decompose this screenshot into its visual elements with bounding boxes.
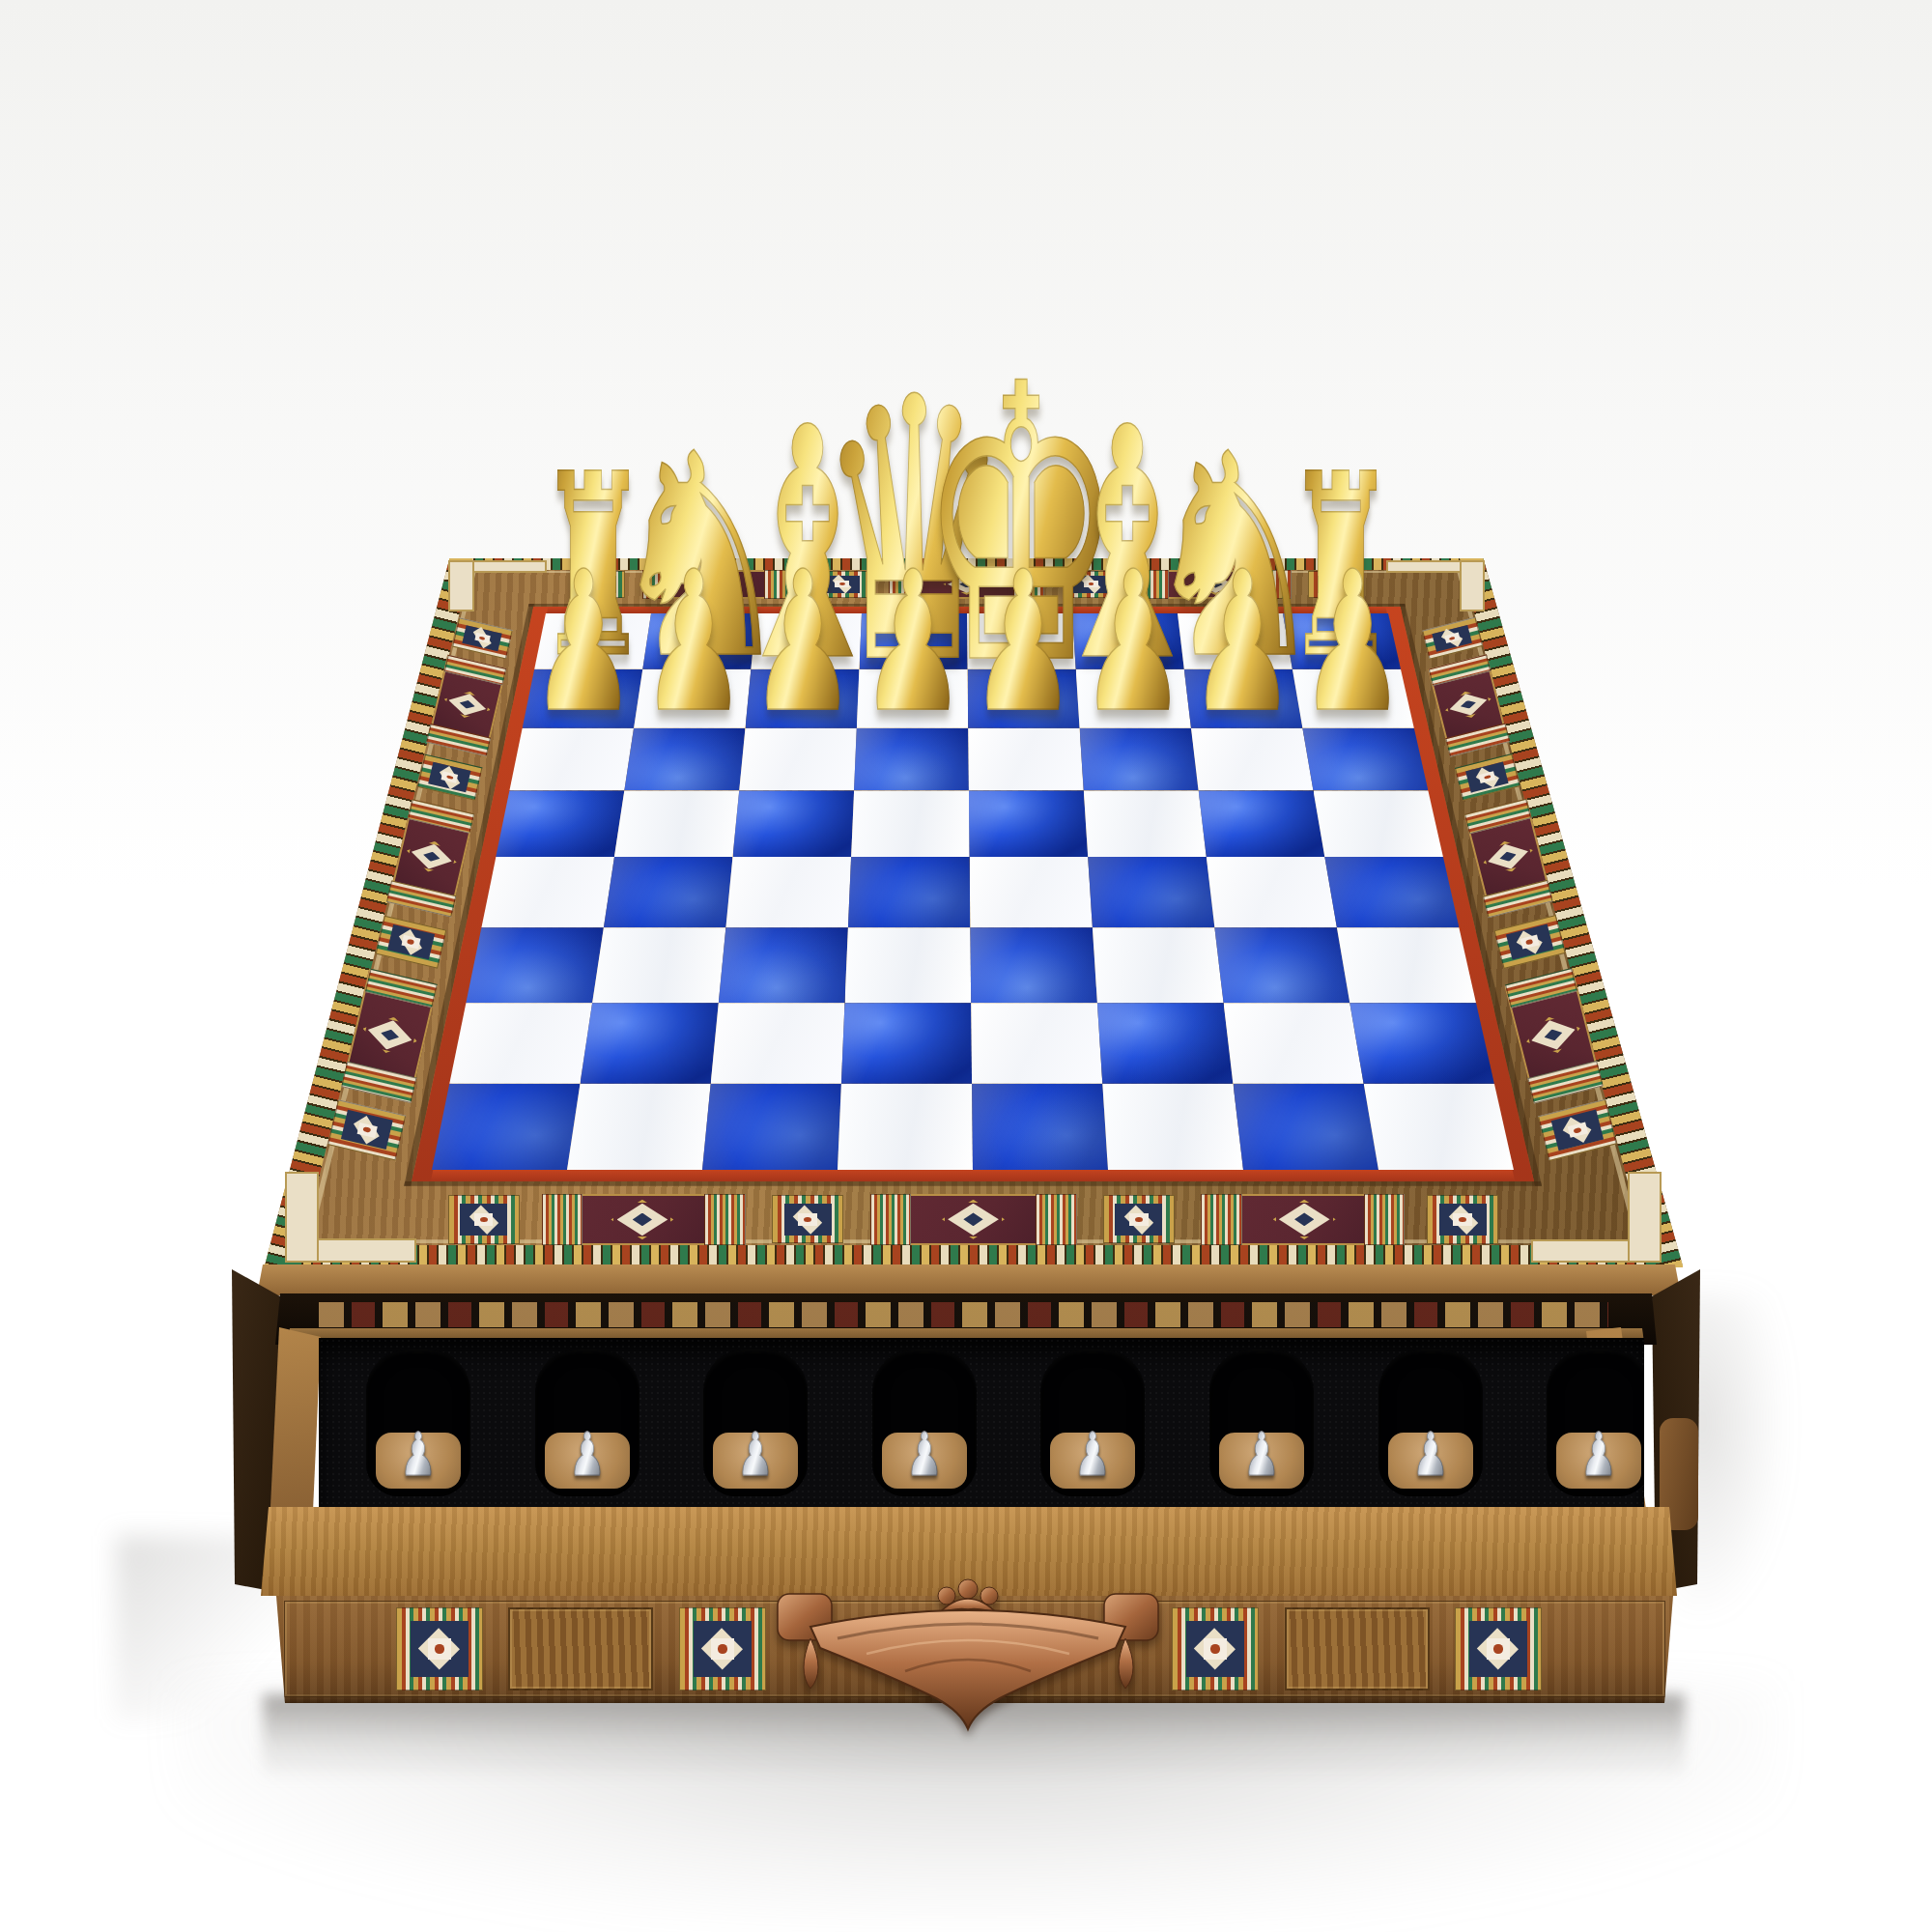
- star-tile-core: [1469, 1621, 1527, 1676]
- star-center-dot: [435, 1644, 444, 1653]
- stored-piece-silver-pawn[interactable]: ♟: [1243, 1425, 1281, 1485]
- chess-piece-gold-pawn[interactable]: ♟: [969, 546, 1076, 739]
- drawer-front-star-panel: [1455, 1607, 1542, 1690]
- star-center-dot: [1493, 1644, 1503, 1653]
- board-square[interactable]: [449, 1003, 592, 1083]
- chess-piece-gold-pawn[interactable]: ♟: [860, 546, 967, 739]
- board-square[interactable]: [1350, 1003, 1494, 1083]
- handle-tassel-right: [1119, 1638, 1133, 1689]
- inner-red-frame: [412, 1169, 1534, 1181]
- drawer-rail-left: [270, 1327, 321, 1511]
- handle-crest-knob: [958, 1579, 978, 1599]
- handle-bail: [810, 1610, 1125, 1729]
- star-tile-core: [1186, 1621, 1244, 1676]
- board-square[interactable]: [702, 1084, 841, 1170]
- board-square[interactable]: [841, 1003, 972, 1083]
- star-center-dot: [480, 1217, 488, 1222]
- board-square[interactable]: [481, 857, 614, 927]
- chess-piece-gold-pawn[interactable]: ♟: [1189, 546, 1296, 739]
- board-square[interactable]: [1224, 1003, 1364, 1083]
- board-square[interactable]: [1088, 857, 1214, 927]
- frame-front-bevel: [257, 1264, 1681, 1295]
- star-tile-core: [1506, 924, 1553, 960]
- board-square[interactable]: [432, 1084, 581, 1170]
- chess-piece-gold-pawn[interactable]: ♟: [529, 546, 637, 739]
- opening-mosaic-strip: [319, 1302, 1608, 1327]
- chess-piece-gold-pawn[interactable]: ♟: [750, 546, 857, 739]
- board-square[interactable]: [970, 927, 1097, 1003]
- board-square[interactable]: [1364, 1084, 1514, 1170]
- chess-piece-gold-pawn[interactable]: ♟: [1298, 546, 1406, 739]
- mosaic-bar: [1036, 1194, 1077, 1245]
- star-tile-core: [463, 625, 502, 652]
- mosaic-star: [772, 1195, 843, 1243]
- mosaic-star: [1103, 1195, 1175, 1243]
- drawer-handle[interactable]: [760, 1575, 1176, 1744]
- board-square[interactable]: [1314, 790, 1443, 857]
- board-square[interactable]: [496, 790, 624, 857]
- stored-piece-silver-pawn[interactable]: ♟: [905, 1425, 943, 1485]
- board-square[interactable]: [969, 790, 1088, 857]
- board-square[interactable]: [1324, 857, 1459, 927]
- stored-piece-silver-pawn[interactable]: ♟: [568, 1425, 606, 1485]
- board-square[interactable]: [711, 1003, 845, 1083]
- board-square[interactable]: [1207, 857, 1337, 927]
- chess-piece-gold-pawn[interactable]: ♟: [1079, 546, 1186, 739]
- mosaic-bar: [1364, 1194, 1406, 1246]
- star-tile-core: [694, 1621, 752, 1676]
- star-center-dot: [718, 1644, 727, 1653]
- board-square[interactable]: [567, 1084, 711, 1170]
- board-square[interactable]: [1097, 1003, 1234, 1083]
- stored-piece-silver-pawn[interactable]: ♟: [1411, 1425, 1449, 1485]
- board-square[interactable]: [1234, 1084, 1379, 1170]
- board-square[interactable]: [604, 857, 733, 927]
- star-tile-core: [342, 1110, 393, 1150]
- star-tile-core: [1465, 762, 1509, 793]
- board-square[interactable]: [733, 790, 855, 857]
- mosaic-star: [448, 1195, 520, 1244]
- mosaic-bar: [1201, 1194, 1242, 1245]
- star-center-dot: [1135, 1217, 1143, 1222]
- mosaic-bar: [704, 1194, 746, 1245]
- corner-inlay: [285, 1172, 416, 1263]
- board-square[interactable]: [845, 927, 972, 1003]
- board-square[interactable]: [1199, 790, 1325, 857]
- board-square[interactable]: [851, 790, 970, 857]
- board-square[interactable]: [466, 927, 604, 1003]
- drawer-front-star-panel: [1172, 1607, 1259, 1690]
- corner-inlay: [1531, 1172, 1662, 1263]
- stored-piece-silver-pawn[interactable]: ♟: [1580, 1425, 1618, 1485]
- drawer-front-wood-panel: [1285, 1607, 1430, 1690]
- board-square[interactable]: [1084, 790, 1207, 857]
- corner-inlay-arm: [1628, 1172, 1662, 1263]
- board-square[interactable]: [1102, 1084, 1243, 1170]
- star-center-dot: [1459, 1217, 1466, 1222]
- board-square[interactable]: [581, 1003, 719, 1083]
- star-tile-core: [388, 925, 436, 960]
- stored-piece-silver-pawn[interactable]: ♟: [400, 1425, 438, 1485]
- board-square[interactable]: [838, 1084, 973, 1170]
- mosaic-star: [1427, 1195, 1498, 1244]
- board-square[interactable]: [614, 790, 739, 857]
- star-tile-core: [1115, 1204, 1162, 1236]
- mosaic-bar: [542, 1194, 583, 1246]
- star-tile-core: [411, 1621, 469, 1676]
- chess-set-photo: ♟♟♟♟♟♟♟♟ ♜♞♝♛♚♝♞♜♟♟♟♟♟♟♟♟: [0, 0, 1932, 1932]
- star-tile-core: [429, 762, 471, 792]
- handle-tassel-left: [804, 1638, 818, 1689]
- star-tile-core: [784, 1204, 832, 1236]
- star-tile-core: [460, 1204, 507, 1236]
- board-square[interactable]: [970, 857, 1093, 927]
- drawer-front-star-panel: [679, 1607, 766, 1690]
- star-tile-core: [1432, 624, 1471, 651]
- mosaic-bar: [870, 1194, 912, 1245]
- board-square[interactable]: [1093, 927, 1224, 1003]
- stored-piece-silver-pawn[interactable]: ♟: [1074, 1425, 1112, 1485]
- board-square[interactable]: [1337, 927, 1476, 1003]
- drawer-front-star-panel: [396, 1607, 483, 1690]
- board-square[interactable]: [848, 857, 971, 927]
- drawer-front-wood-panel: [508, 1607, 653, 1690]
- corner-inlay-arm: [448, 560, 474, 611]
- corner-inlay-arm: [1460, 560, 1486, 611]
- star-center-dot: [804, 1217, 811, 1222]
- corner-inlay-arm: [285, 1172, 319, 1263]
- striped-edge-band: [265, 1245, 1684, 1267]
- board-square[interactable]: [1214, 927, 1350, 1003]
- board-square[interactable]: [592, 927, 725, 1003]
- board-square[interactable]: [971, 1003, 1102, 1083]
- board-square[interactable]: [725, 857, 851, 927]
- stored-piece-silver-pawn[interactable]: ♟: [737, 1425, 775, 1485]
- board-square[interactable]: [719, 927, 848, 1003]
- star-tile-core: [1439, 1204, 1487, 1236]
- chess-piece-gold-pawn[interactable]: ♟: [639, 546, 747, 739]
- board-square[interactable]: [972, 1084, 1108, 1170]
- star-tile-core: [1551, 1110, 1604, 1151]
- star-center-dot: [1210, 1644, 1220, 1653]
- frame-line-dark: [404, 1181, 1542, 1186]
- drawer-felt-tray: ♟♟♟♟♟♟♟♟: [319, 1338, 1644, 1512]
